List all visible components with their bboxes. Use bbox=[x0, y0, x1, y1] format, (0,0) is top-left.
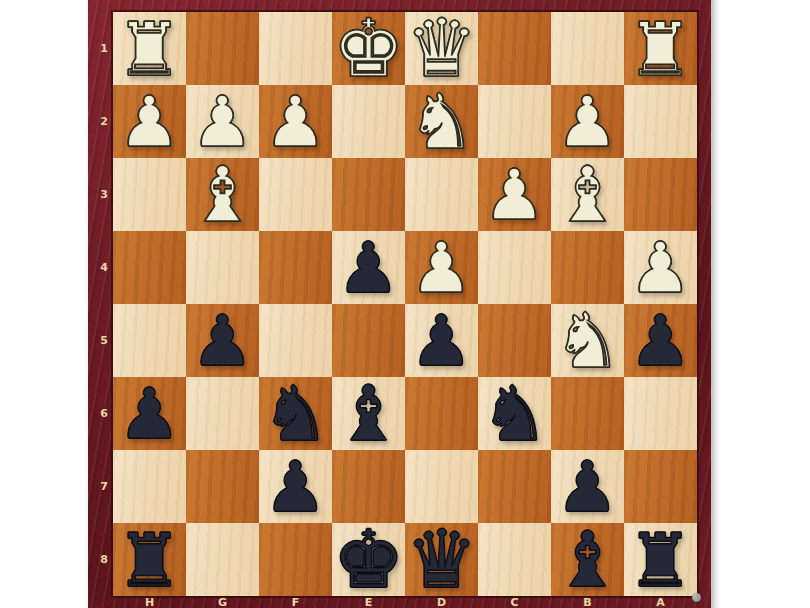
piece-white-pawn[interactable]: ♟ bbox=[556, 87, 619, 157]
rank-label-5: 5 bbox=[88, 304, 108, 377]
square-h6[interactable]: ♟ bbox=[113, 377, 186, 450]
piece-white-pawn[interactable]: ♟ bbox=[191, 87, 254, 157]
square-h2[interactable]: ♟ bbox=[113, 85, 186, 158]
chess-board: ♜♚♛♜♟♟♟♞♟♝♟♝♟♟♟♟♟♞♟♟♞♝♞♟♟♜♚♛♝♜ bbox=[113, 12, 697, 596]
square-d5[interactable]: ♟ bbox=[405, 304, 478, 377]
file-label-e: E bbox=[332, 597, 405, 608]
file-labels: HGFEDCBA bbox=[113, 597, 697, 608]
square-b2[interactable]: ♟ bbox=[551, 85, 624, 158]
square-b3[interactable]: ♝ bbox=[551, 158, 624, 231]
rank-label-6: 6 bbox=[88, 377, 108, 450]
square-e4[interactable]: ♟ bbox=[332, 231, 405, 304]
piece-black-pawn[interactable]: ♟ bbox=[556, 452, 619, 522]
square-g2[interactable]: ♟ bbox=[186, 85, 259, 158]
corner-pin-icon bbox=[692, 593, 701, 602]
piece-white-rook[interactable]: ♜ bbox=[116, 12, 182, 85]
rank-label-8: 8 bbox=[88, 523, 108, 596]
square-c6[interactable]: ♞ bbox=[478, 377, 551, 450]
square-g8[interactable] bbox=[186, 523, 259, 596]
square-b6[interactable] bbox=[551, 377, 624, 450]
square-c8[interactable] bbox=[478, 523, 551, 596]
square-c5[interactable] bbox=[478, 304, 551, 377]
rank-label-3: 3 bbox=[88, 158, 108, 231]
square-b1[interactable] bbox=[551, 12, 624, 85]
rank-label-4: 4 bbox=[88, 231, 108, 304]
piece-black-pawn[interactable]: ♟ bbox=[629, 306, 692, 376]
square-e7[interactable] bbox=[332, 450, 405, 523]
square-h8[interactable]: ♜ bbox=[113, 523, 186, 596]
square-e6[interactable]: ♝ bbox=[332, 377, 405, 450]
piece-black-pawn[interactable]: ♟ bbox=[264, 452, 327, 522]
square-f2[interactable]: ♟ bbox=[259, 85, 332, 158]
piece-white-pawn[interactable]: ♟ bbox=[629, 233, 692, 303]
square-g4[interactable] bbox=[186, 231, 259, 304]
file-label-c: C bbox=[478, 597, 551, 608]
rank-label-1: 1 bbox=[88, 12, 108, 85]
square-d1[interactable]: ♛ bbox=[405, 12, 478, 85]
square-d6[interactable] bbox=[405, 377, 478, 450]
square-f8[interactable] bbox=[259, 523, 332, 596]
square-f1[interactable] bbox=[259, 12, 332, 85]
piece-black-pawn[interactable]: ♟ bbox=[410, 306, 473, 376]
piece-black-knight[interactable]: ♞ bbox=[480, 377, 548, 450]
piece-black-pawn[interactable]: ♟ bbox=[337, 233, 400, 303]
square-e1[interactable]: ♚ bbox=[332, 12, 405, 85]
square-b7[interactable]: ♟ bbox=[551, 450, 624, 523]
square-h4[interactable] bbox=[113, 231, 186, 304]
square-h1[interactable]: ♜ bbox=[113, 12, 186, 85]
square-c3[interactable]: ♟ bbox=[478, 158, 551, 231]
square-d4[interactable]: ♟ bbox=[405, 231, 478, 304]
piece-white-bishop[interactable]: ♝ bbox=[188, 158, 256, 231]
file-label-b: B bbox=[551, 597, 624, 608]
square-b5[interactable]: ♞ bbox=[551, 304, 624, 377]
piece-black-knight[interactable]: ♞ bbox=[261, 377, 329, 450]
rank-label-2: 2 bbox=[88, 85, 108, 158]
square-a1[interactable]: ♜ bbox=[624, 12, 697, 85]
square-h3[interactable] bbox=[113, 158, 186, 231]
piece-white-king[interactable]: ♚ bbox=[333, 12, 405, 85]
square-c2[interactable] bbox=[478, 85, 551, 158]
square-b8[interactable]: ♝ bbox=[551, 523, 624, 596]
square-h7[interactable] bbox=[113, 450, 186, 523]
piece-white-pawn[interactable]: ♟ bbox=[410, 233, 473, 303]
square-g5[interactable]: ♟ bbox=[186, 304, 259, 377]
square-a2[interactable] bbox=[624, 85, 697, 158]
file-label-d: D bbox=[405, 597, 478, 608]
square-e3[interactable] bbox=[332, 158, 405, 231]
square-g6[interactable] bbox=[186, 377, 259, 450]
file-label-g: G bbox=[186, 597, 259, 608]
rank-label-7: 7 bbox=[88, 450, 108, 523]
square-f3[interactable] bbox=[259, 158, 332, 231]
square-h5[interactable] bbox=[113, 304, 186, 377]
piece-black-bishop[interactable]: ♝ bbox=[553, 523, 621, 596]
piece-white-knight[interactable]: ♞ bbox=[553, 304, 621, 377]
square-g7[interactable] bbox=[186, 450, 259, 523]
square-b4[interactable] bbox=[551, 231, 624, 304]
square-c7[interactable] bbox=[478, 450, 551, 523]
square-g1[interactable] bbox=[186, 12, 259, 85]
square-a6[interactable] bbox=[624, 377, 697, 450]
square-a4[interactable]: ♟ bbox=[624, 231, 697, 304]
square-g3[interactable]: ♝ bbox=[186, 158, 259, 231]
piece-black-pawn[interactable]: ♟ bbox=[191, 306, 254, 376]
square-d3[interactable] bbox=[405, 158, 478, 231]
piece-white-pawn[interactable]: ♟ bbox=[118, 87, 181, 157]
square-a5[interactable]: ♟ bbox=[624, 304, 697, 377]
piece-black-queen[interactable]: ♛ bbox=[406, 523, 478, 596]
square-e8[interactable]: ♚ bbox=[332, 523, 405, 596]
square-a8[interactable]: ♜ bbox=[624, 523, 697, 596]
piece-black-rook[interactable]: ♜ bbox=[627, 523, 693, 596]
piece-black-king[interactable]: ♚ bbox=[333, 523, 405, 596]
square-d2[interactable]: ♞ bbox=[405, 85, 478, 158]
file-label-h: H bbox=[113, 597, 186, 608]
rank-labels: 12345678 bbox=[88, 0, 113, 608]
file-label-a: A bbox=[624, 597, 697, 608]
square-f4[interactable] bbox=[259, 231, 332, 304]
piece-white-pawn[interactable]: ♟ bbox=[264, 87, 327, 157]
square-c1[interactable] bbox=[478, 12, 551, 85]
piece-white-pawn[interactable]: ♟ bbox=[483, 160, 546, 230]
chess-board-frame: 12345678 ♜♚♛♜♟♟♟♞♟♝♟♝♟♟♟♟♟♞♟♟♞♝♞♟♟♜♚♛♝♜ … bbox=[88, 0, 711, 608]
square-c4[interactable] bbox=[478, 231, 551, 304]
piece-white-knight[interactable]: ♞ bbox=[407, 85, 475, 158]
square-a7[interactable] bbox=[624, 450, 697, 523]
square-f6[interactable]: ♞ bbox=[259, 377, 332, 450]
square-e5[interactable] bbox=[332, 304, 405, 377]
page: 12345678 ♜♚♛♜♟♟♟♞♟♝♟♝♟♟♟♟♟♞♟♟♞♝♞♟♟♜♚♛♝♜ … bbox=[0, 0, 810, 608]
piece-black-pawn[interactable]: ♟ bbox=[118, 379, 181, 449]
square-f7[interactable]: ♟ bbox=[259, 450, 332, 523]
piece-white-queen[interactable]: ♛ bbox=[406, 12, 478, 85]
square-e2[interactable] bbox=[332, 85, 405, 158]
piece-white-bishop[interactable]: ♝ bbox=[553, 158, 621, 231]
square-d8[interactable]: ♛ bbox=[405, 523, 478, 596]
piece-black-rook[interactable]: ♜ bbox=[116, 523, 182, 596]
square-d7[interactable] bbox=[405, 450, 478, 523]
square-a3[interactable] bbox=[624, 158, 697, 231]
file-label-f: F bbox=[259, 597, 332, 608]
piece-white-rook[interactable]: ♜ bbox=[627, 12, 693, 85]
piece-black-bishop[interactable]: ♝ bbox=[334, 377, 402, 450]
square-f5[interactable] bbox=[259, 304, 332, 377]
